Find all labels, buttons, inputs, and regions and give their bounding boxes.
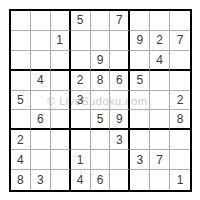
cell-r6c6[interactable]: 9 [110, 110, 130, 130]
cell-r1c1[interactable] [11, 11, 31, 31]
cell-r9c8[interactable] [150, 170, 170, 190]
cell-r5c1[interactable]: 5 [11, 91, 31, 111]
cell-r8c6[interactable] [110, 150, 130, 170]
cell-r2c7[interactable]: 9 [130, 31, 150, 51]
cell-r1c4[interactable]: 5 [71, 11, 91, 31]
cell-r5c3[interactable] [51, 91, 71, 111]
cell-r9c1[interactable]: 8 [11, 170, 31, 190]
cell-r1c6[interactable]: 7 [110, 11, 130, 31]
cell-r8c5[interactable] [91, 150, 111, 170]
cell-r8c2[interactable] [31, 150, 51, 170]
cell-r7c6[interactable]: 3 [110, 130, 130, 150]
sudoku-board-container: © LiveSudoku.com 57192794428655326598234… [9, 9, 192, 192]
cell-r7c5[interactable] [91, 130, 111, 150]
cell-r9c6[interactable] [110, 170, 130, 190]
cell-r1c2[interactable] [31, 11, 51, 31]
cell-r8c9[interactable] [170, 150, 190, 170]
cell-r4c5[interactable]: 8 [91, 71, 111, 91]
cell-r7c2[interactable] [31, 130, 51, 150]
cell-r4c3[interactable] [51, 71, 71, 91]
cell-r1c8[interactable] [150, 11, 170, 31]
cell-r5c7[interactable] [130, 91, 150, 111]
cell-r4c9[interactable] [170, 71, 190, 91]
cell-r7c8[interactable] [150, 130, 170, 150]
cell-r9c5[interactable]: 6 [91, 170, 111, 190]
cell-r1c3[interactable] [51, 11, 71, 31]
cell-r4c7[interactable]: 5 [130, 71, 150, 91]
cell-r6c3[interactable] [51, 110, 71, 130]
cell-r2c9[interactable]: 7 [170, 31, 190, 51]
cell-r3c9[interactable] [170, 51, 190, 71]
cell-r1c5[interactable] [91, 11, 111, 31]
cell-r3c4[interactable] [71, 51, 91, 71]
cell-r2c8[interactable]: 2 [150, 31, 170, 51]
cell-r6c7[interactable] [130, 110, 150, 130]
cell-r7c7[interactable] [130, 130, 150, 150]
cell-r4c2[interactable]: 4 [31, 71, 51, 91]
sudoku-board: © LiveSudoku.com 57192794428655326598234… [9, 9, 192, 192]
cell-r1c7[interactable] [130, 11, 150, 31]
cell-r4c4[interactable]: 2 [71, 71, 91, 91]
cell-r5c9[interactable]: 2 [170, 91, 190, 111]
cell-r3c2[interactable] [31, 51, 51, 71]
cell-r2c3[interactable]: 1 [51, 31, 71, 51]
cell-r5c4[interactable]: 3 [71, 91, 91, 111]
cell-r8c3[interactable] [51, 150, 71, 170]
cell-r5c8[interactable] [150, 91, 170, 111]
cell-r6c2[interactable]: 6 [31, 110, 51, 130]
cell-r9c9[interactable]: 1 [170, 170, 190, 190]
cell-r3c6[interactable] [110, 51, 130, 71]
cell-r9c2[interactable]: 3 [31, 170, 51, 190]
cell-r4c1[interactable] [11, 71, 31, 91]
cell-r3c1[interactable] [11, 51, 31, 71]
cell-r6c5[interactable]: 5 [91, 110, 111, 130]
cell-r8c8[interactable]: 7 [150, 150, 170, 170]
cell-r8c4[interactable]: 1 [71, 150, 91, 170]
cell-r3c5[interactable]: 9 [91, 51, 111, 71]
cell-r7c1[interactable]: 2 [11, 130, 31, 150]
cell-r9c3[interactable] [51, 170, 71, 190]
cell-r3c3[interactable] [51, 51, 71, 71]
cell-r9c4[interactable]: 4 [71, 170, 91, 190]
cell-r2c5[interactable] [91, 31, 111, 51]
cell-r5c2[interactable] [31, 91, 51, 111]
cell-r8c1[interactable]: 4 [11, 150, 31, 170]
cell-r2c2[interactable] [31, 31, 51, 51]
cell-r5c5[interactable] [91, 91, 111, 111]
cell-r8c7[interactable]: 3 [130, 150, 150, 170]
cell-r2c6[interactable] [110, 31, 130, 51]
cell-r7c9[interactable] [170, 130, 190, 150]
cell-r2c4[interactable] [71, 31, 91, 51]
cell-r6c1[interactable] [11, 110, 31, 130]
cell-r1c9[interactable] [170, 11, 190, 31]
cell-r4c6[interactable]: 6 [110, 71, 130, 91]
cell-r6c8[interactable] [150, 110, 170, 130]
cell-r7c4[interactable] [71, 130, 91, 150]
cell-r3c7[interactable] [130, 51, 150, 71]
cell-r2c1[interactable] [11, 31, 31, 51]
cell-r3c8[interactable]: 4 [150, 51, 170, 71]
cell-r7c3[interactable] [51, 130, 71, 150]
cell-r4c8[interactable] [150, 71, 170, 91]
cell-r5c6[interactable] [110, 91, 130, 111]
cell-r6c9[interactable]: 8 [170, 110, 190, 130]
cell-r6c4[interactable] [71, 110, 91, 130]
cell-r9c7[interactable] [130, 170, 150, 190]
